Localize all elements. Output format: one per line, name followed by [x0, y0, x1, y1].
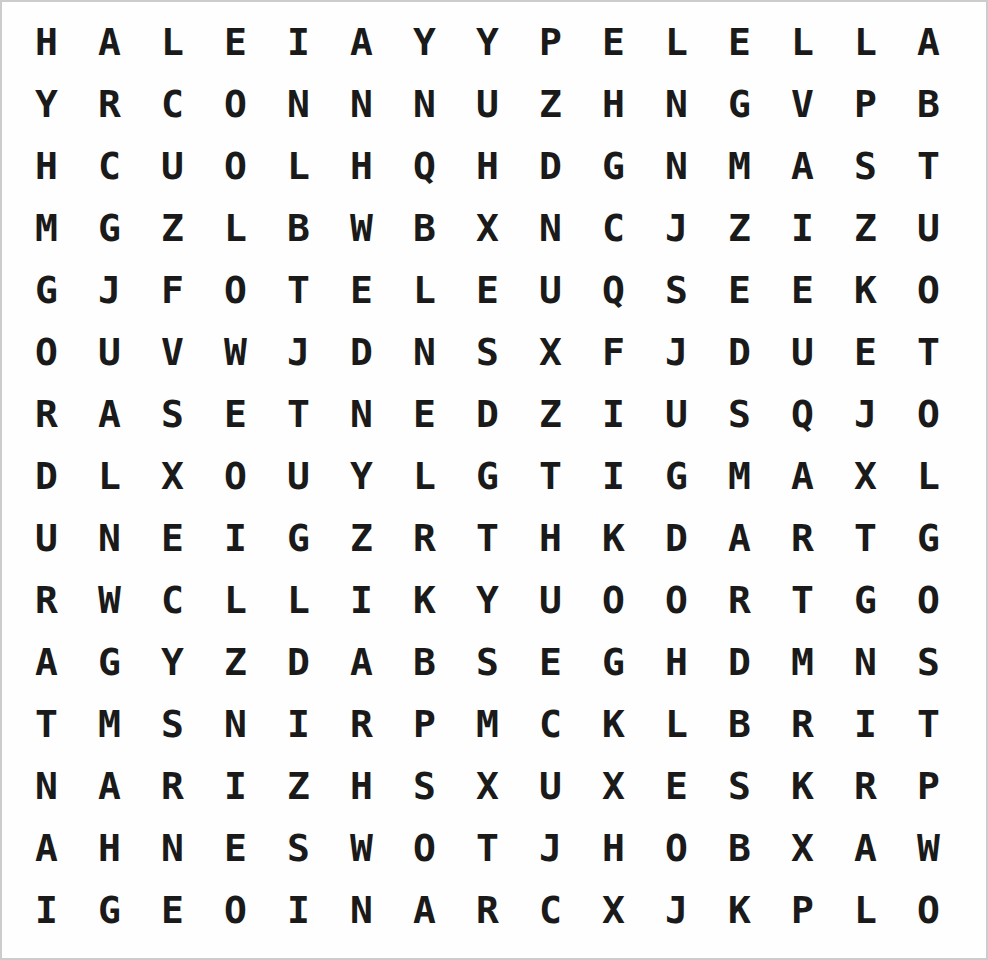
grid-cell-r9c5[interactable]: G	[267, 507, 330, 569]
grid-cell-r10c11[interactable]: O	[645, 569, 708, 631]
grid-cell-r6c12[interactable]: D	[708, 321, 771, 383]
grid-cell-r4c14[interactable]: Z	[834, 197, 897, 259]
grid-cell-r7c3[interactable]: S	[141, 383, 204, 445]
grid-cell-r14c15[interactable]: W	[897, 817, 960, 879]
grid-cell-r10c1[interactable]: R	[15, 569, 78, 631]
grid-cell-r15c7[interactable]: A	[393, 879, 456, 941]
grid-cell-r8c5[interactable]: U	[267, 445, 330, 507]
grid-cell-r11c10[interactable]: G	[582, 631, 645, 693]
grid-cell-r7c2[interactable]: A	[78, 383, 141, 445]
grid-cell-r1c10[interactable]: E	[582, 11, 645, 73]
grid-cell-r12c13[interactable]: R	[771, 693, 834, 755]
grid-cell-r11c11[interactable]: H	[645, 631, 708, 693]
grid-cell-r11c14[interactable]: N	[834, 631, 897, 693]
grid-cell-r13c8[interactable]: X	[456, 755, 519, 817]
grid-cell-r2c3[interactable]: C	[141, 73, 204, 135]
grid-cell-r1c8[interactable]: Y	[456, 11, 519, 73]
grid-cell-r15c6[interactable]: N	[330, 879, 393, 941]
grid-cell-r3c11[interactable]: N	[645, 135, 708, 197]
grid-cell-r14c6[interactable]: W	[330, 817, 393, 879]
grid-cell-r13c2[interactable]: A	[78, 755, 141, 817]
grid-cell-r5c12[interactable]: E	[708, 259, 771, 321]
grid-cell-r3c3[interactable]: U	[141, 135, 204, 197]
grid-cell-r9c11[interactable]: D	[645, 507, 708, 569]
grid-cell-r15c3[interactable]: E	[141, 879, 204, 941]
grid-cell-r9c8[interactable]: T	[456, 507, 519, 569]
grid-cell-r2c1[interactable]: Y	[15, 73, 78, 135]
grid-cell-r10c3[interactable]: C	[141, 569, 204, 631]
grid-cell-r11c7[interactable]: B	[393, 631, 456, 693]
grid-cell-r8c11[interactable]: G	[645, 445, 708, 507]
grid-cell-r4c11[interactable]: J	[645, 197, 708, 259]
grid-cell-r12c6[interactable]: R	[330, 693, 393, 755]
grid-cell-r15c9[interactable]: C	[519, 879, 582, 941]
grid-cell-r14c11[interactable]: O	[645, 817, 708, 879]
grid-cell-r8c3[interactable]: X	[141, 445, 204, 507]
grid-cell-r15c12[interactable]: K	[708, 879, 771, 941]
grid-cell-r4c5[interactable]: B	[267, 197, 330, 259]
grid-cell-r4c3[interactable]: Z	[141, 197, 204, 259]
grid-cell-r2c9[interactable]: Z	[519, 73, 582, 135]
grid-cell-r5c10[interactable]: Q	[582, 259, 645, 321]
grid-cell-r4c4[interactable]: L	[204, 197, 267, 259]
grid-cell-r13c7[interactable]: S	[393, 755, 456, 817]
grid-cell-r14c12[interactable]: B	[708, 817, 771, 879]
grid-cell-r3c15[interactable]: T	[897, 135, 960, 197]
grid-cell-r14c5[interactable]: S	[267, 817, 330, 879]
grid-cell-r1c6[interactable]: A	[330, 11, 393, 73]
grid-cell-r1c4[interactable]: E	[204, 11, 267, 73]
grid-cell-r1c11[interactable]: L	[645, 11, 708, 73]
grid-cell-r11c15[interactable]: S	[897, 631, 960, 693]
grid-cell-r9c1[interactable]: U	[15, 507, 78, 569]
grid-cell-r14c10[interactable]: H	[582, 817, 645, 879]
grid-cell-r4c10[interactable]: C	[582, 197, 645, 259]
grid-cell-r5c13[interactable]: E	[771, 259, 834, 321]
grid-cell-r3c12[interactable]: M	[708, 135, 771, 197]
grid-cell-r14c8[interactable]: T	[456, 817, 519, 879]
grid-cell-r2c14[interactable]: P	[834, 73, 897, 135]
grid-cell-r6c14[interactable]: E	[834, 321, 897, 383]
grid-cell-r5c5[interactable]: T	[267, 259, 330, 321]
grid-cell-r2c8[interactable]: U	[456, 73, 519, 135]
grid-cell-r8c7[interactable]: L	[393, 445, 456, 507]
grid-cell-r12c7[interactable]: P	[393, 693, 456, 755]
grid-cell-r7c7[interactable]: E	[393, 383, 456, 445]
grid-cell-r15c11[interactable]: J	[645, 879, 708, 941]
grid-cell-r12c15[interactable]: T	[897, 693, 960, 755]
grid-cell-r13c4[interactable]: I	[204, 755, 267, 817]
grid-cell-r8c4[interactable]: O	[204, 445, 267, 507]
grid-cell-r4c8[interactable]: X	[456, 197, 519, 259]
grid-cell-r13c12[interactable]: S	[708, 755, 771, 817]
grid-cell-r5c3[interactable]: F	[141, 259, 204, 321]
grid-cell-r9c13[interactable]: R	[771, 507, 834, 569]
grid-cell-r3c2[interactable]: C	[78, 135, 141, 197]
grid-cell-r1c1[interactable]: H	[15, 11, 78, 73]
grid-cell-r10c4[interactable]: L	[204, 569, 267, 631]
grid-cell-r15c1[interactable]: I	[15, 879, 78, 941]
grid-cell-r12c11[interactable]: L	[645, 693, 708, 755]
grid-cell-r13c3[interactable]: R	[141, 755, 204, 817]
grid-cell-r2c6[interactable]: N	[330, 73, 393, 135]
grid-cell-r3c10[interactable]: G	[582, 135, 645, 197]
grid-cell-r10c9[interactable]: U	[519, 569, 582, 631]
grid-cell-r6c15[interactable]: T	[897, 321, 960, 383]
grid-cell-r14c1[interactable]: A	[15, 817, 78, 879]
grid-cell-r7c4[interactable]: E	[204, 383, 267, 445]
grid-cell-r13c15[interactable]: P	[897, 755, 960, 817]
grid-cell-r2c15[interactable]: B	[897, 73, 960, 135]
grid-cell-r12c12[interactable]: B	[708, 693, 771, 755]
grid-cell-r8c12[interactable]: M	[708, 445, 771, 507]
grid-cell-r3c14[interactable]: S	[834, 135, 897, 197]
grid-cell-r2c2[interactable]: R	[78, 73, 141, 135]
grid-cell-r11c2[interactable]: G	[78, 631, 141, 693]
grid-cell-r8c9[interactable]: T	[519, 445, 582, 507]
grid-cell-r5c1[interactable]: G	[15, 259, 78, 321]
grid-cell-r15c10[interactable]: X	[582, 879, 645, 941]
grid-cell-r3c5[interactable]: L	[267, 135, 330, 197]
grid-cell-r12c14[interactable]: I	[834, 693, 897, 755]
grid-cell-r14c14[interactable]: A	[834, 817, 897, 879]
grid-cell-r2c10[interactable]: H	[582, 73, 645, 135]
grid-cell-r11c12[interactable]: D	[708, 631, 771, 693]
grid-cell-r3c7[interactable]: Q	[393, 135, 456, 197]
grid-cell-r1c13[interactable]: L	[771, 11, 834, 73]
grid-cell-r9c3[interactable]: E	[141, 507, 204, 569]
grid-cell-r13c13[interactable]: K	[771, 755, 834, 817]
grid-cell-r7c15[interactable]: O	[897, 383, 960, 445]
grid-cell-r5c2[interactable]: J	[78, 259, 141, 321]
grid-cell-r10c10[interactable]: O	[582, 569, 645, 631]
grid-cell-r3c4[interactable]: O	[204, 135, 267, 197]
grid-cell-r15c5[interactable]: I	[267, 879, 330, 941]
grid-cell-r8c13[interactable]: A	[771, 445, 834, 507]
grid-cell-r12c10[interactable]: K	[582, 693, 645, 755]
grid-cell-r1c2[interactable]: A	[78, 11, 141, 73]
grid-cell-r15c14[interactable]: L	[834, 879, 897, 941]
grid-cell-r10c13[interactable]: T	[771, 569, 834, 631]
grid-cell-r6c8[interactable]: S	[456, 321, 519, 383]
grid-cell-r11c13[interactable]: M	[771, 631, 834, 693]
grid-cell-r7c8[interactable]: D	[456, 383, 519, 445]
grid-cell-r6c7[interactable]: N	[393, 321, 456, 383]
grid-cell-r10c7[interactable]: K	[393, 569, 456, 631]
grid-cell-r7c9[interactable]: Z	[519, 383, 582, 445]
grid-cell-r9c9[interactable]: H	[519, 507, 582, 569]
grid-cell-r8c10[interactable]: I	[582, 445, 645, 507]
grid-cell-r9c7[interactable]: R	[393, 507, 456, 569]
grid-cell-r7c5[interactable]: T	[267, 383, 330, 445]
grid-cell-r11c8[interactable]: S	[456, 631, 519, 693]
grid-cell-r9c6[interactable]: Z	[330, 507, 393, 569]
grid-cell-r5c8[interactable]: E	[456, 259, 519, 321]
grid-cell-r3c9[interactable]: D	[519, 135, 582, 197]
grid-cell-r15c13[interactable]: P	[771, 879, 834, 941]
grid-cell-r6c9[interactable]: X	[519, 321, 582, 383]
grid-cell-r4c7[interactable]: B	[393, 197, 456, 259]
grid-cell-r1c7[interactable]: Y	[393, 11, 456, 73]
grid-cell-r8c14[interactable]: X	[834, 445, 897, 507]
grid-cell-r6c4[interactable]: W	[204, 321, 267, 383]
grid-cell-r5c11[interactable]: S	[645, 259, 708, 321]
grid-cell-r9c4[interactable]: I	[204, 507, 267, 569]
grid-cell-r11c4[interactable]: Z	[204, 631, 267, 693]
grid-cell-r2c5[interactable]: N	[267, 73, 330, 135]
grid-cell-r15c15[interactable]: O	[897, 879, 960, 941]
grid-cell-r12c9[interactable]: C	[519, 693, 582, 755]
grid-cell-r4c13[interactable]: I	[771, 197, 834, 259]
grid-cell-r11c1[interactable]: A	[15, 631, 78, 693]
grid-cell-r12c1[interactable]: T	[15, 693, 78, 755]
grid-cell-r7c1[interactable]: R	[15, 383, 78, 445]
grid-cell-r1c12[interactable]: E	[708, 11, 771, 73]
grid-cell-r4c9[interactable]: N	[519, 197, 582, 259]
grid-cell-r14c3[interactable]: N	[141, 817, 204, 879]
grid-cell-r2c12[interactable]: G	[708, 73, 771, 135]
grid-cell-r6c1[interactable]: O	[15, 321, 78, 383]
grid-cell-r4c1[interactable]: M	[15, 197, 78, 259]
grid-cell-r4c2[interactable]: G	[78, 197, 141, 259]
grid-cell-r1c14[interactable]: L	[834, 11, 897, 73]
grid-cell-r3c1[interactable]: H	[15, 135, 78, 197]
grid-cell-r6c3[interactable]: V	[141, 321, 204, 383]
grid-cell-r10c5[interactable]: L	[267, 569, 330, 631]
grid-cell-r14c2[interactable]: H	[78, 817, 141, 879]
grid-cell-r11c3[interactable]: Y	[141, 631, 204, 693]
grid-cell-r5c14[interactable]: K	[834, 259, 897, 321]
grid-cell-r7c13[interactable]: Q	[771, 383, 834, 445]
grid-cell-r9c10[interactable]: K	[582, 507, 645, 569]
grid-cell-r1c5[interactable]: I	[267, 11, 330, 73]
grid-cell-r8c1[interactable]: D	[15, 445, 78, 507]
grid-cell-r7c14[interactable]: J	[834, 383, 897, 445]
grid-cell-r12c3[interactable]: S	[141, 693, 204, 755]
grid-cell-r14c7[interactable]: O	[393, 817, 456, 879]
grid-cell-r13c11[interactable]: E	[645, 755, 708, 817]
grid-cell-r5c7[interactable]: L	[393, 259, 456, 321]
grid-cell-r5c4[interactable]: O	[204, 259, 267, 321]
grid-cell-r8c15[interactable]: L	[897, 445, 960, 507]
grid-cell-r9c14[interactable]: T	[834, 507, 897, 569]
grid-cell-r1c3[interactable]: L	[141, 11, 204, 73]
grid-cell-r3c8[interactable]: H	[456, 135, 519, 197]
grid-cell-r12c4[interactable]: N	[204, 693, 267, 755]
grid-cell-r9c15[interactable]: G	[897, 507, 960, 569]
grid-cell-r13c1[interactable]: N	[15, 755, 78, 817]
grid-cell-r10c2[interactable]: W	[78, 569, 141, 631]
grid-cell-r13c14[interactable]: R	[834, 755, 897, 817]
grid-cell-r12c5[interactable]: I	[267, 693, 330, 755]
grid-cell-r9c12[interactable]: A	[708, 507, 771, 569]
grid-cell-r6c5[interactable]: J	[267, 321, 330, 383]
grid-cell-r4c6[interactable]: W	[330, 197, 393, 259]
grid-cell-r5c6[interactable]: E	[330, 259, 393, 321]
grid-cell-r13c5[interactable]: Z	[267, 755, 330, 817]
grid-cell-r7c12[interactable]: S	[708, 383, 771, 445]
grid-cell-r3c6[interactable]: H	[330, 135, 393, 197]
grid-cell-r14c13[interactable]: X	[771, 817, 834, 879]
grid-cell-r10c14[interactable]: G	[834, 569, 897, 631]
grid-cell-r15c8[interactable]: R	[456, 879, 519, 941]
grid-cell-r8c2[interactable]: L	[78, 445, 141, 507]
grid-cell-r2c13[interactable]: V	[771, 73, 834, 135]
grid-cell-r4c15[interactable]: U	[897, 197, 960, 259]
grid-cell-r11c5[interactable]: D	[267, 631, 330, 693]
grid-cell-r13c10[interactable]: X	[582, 755, 645, 817]
grid-cell-r14c9[interactable]: J	[519, 817, 582, 879]
grid-cell-r11c6[interactable]: A	[330, 631, 393, 693]
grid-cell-r3c13[interactable]: A	[771, 135, 834, 197]
grid-cell-r5c15[interactable]: O	[897, 259, 960, 321]
grid-cell-r15c2[interactable]: G	[78, 879, 141, 941]
grid-cell-r12c2[interactable]: M	[78, 693, 141, 755]
grid-cell-r4c12[interactable]: Z	[708, 197, 771, 259]
grid-cell-r6c2[interactable]: U	[78, 321, 141, 383]
grid-cell-r7c11[interactable]: U	[645, 383, 708, 445]
grid-cell-r6c13[interactable]: U	[771, 321, 834, 383]
grid-cell-r11c9[interactable]: E	[519, 631, 582, 693]
grid-cell-r10c8[interactable]: Y	[456, 569, 519, 631]
grid-cell-r10c12[interactable]: R	[708, 569, 771, 631]
grid-cell-r6c10[interactable]: F	[582, 321, 645, 383]
grid-cell-r5c9[interactable]: U	[519, 259, 582, 321]
grid-cell-r1c15[interactable]: A	[897, 11, 960, 73]
grid-cell-r10c6[interactable]: I	[330, 569, 393, 631]
grid-cell-r2c4[interactable]: O	[204, 73, 267, 135]
grid-cell-r10c15[interactable]: O	[897, 569, 960, 631]
grid-cell-r8c6[interactable]: Y	[330, 445, 393, 507]
word-search-page: HALEIAYYPELELLAYRCONNNUZHNGVPBHCUOLHQHDG…	[0, 0, 988, 960]
grid-cell-r8c8[interactable]: G	[456, 445, 519, 507]
grid-cell-r14c4[interactable]: E	[204, 817, 267, 879]
grid-cell-r13c9[interactable]: U	[519, 755, 582, 817]
grid-cell-r7c6[interactable]: N	[330, 383, 393, 445]
grid-cell-r15c4[interactable]: O	[204, 879, 267, 941]
grid-cell-r12c8[interactable]: M	[456, 693, 519, 755]
grid-cell-r1c9[interactable]: P	[519, 11, 582, 73]
grid-cell-r2c7[interactable]: N	[393, 73, 456, 135]
grid-cell-r9c2[interactable]: N	[78, 507, 141, 569]
grid-cell-r7c10[interactable]: I	[582, 383, 645, 445]
word-search-grid: HALEIAYYPELELLAYRCONNNUZHNGVPBHCUOLHQHDG…	[15, 11, 960, 941]
grid-cell-r6c11[interactable]: J	[645, 321, 708, 383]
grid-cell-r6c6[interactable]: D	[330, 321, 393, 383]
grid-cell-r13c6[interactable]: H	[330, 755, 393, 817]
grid-cell-r2c11[interactable]: N	[645, 73, 708, 135]
